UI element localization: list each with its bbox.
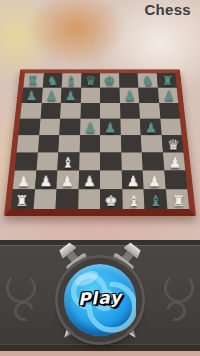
board-square[interactable]: [15, 152, 38, 170]
piece-bp[interactable]: ♟: [22, 90, 42, 103]
piece-bb[interactable]: ♝: [145, 194, 167, 209]
board-square[interactable]: [100, 152, 121, 170]
piece-wk[interactable]: ♚: [100, 194, 122, 209]
piece-br[interactable]: ♜: [158, 75, 177, 88]
board-square[interactable]: ♝: [144, 189, 167, 209]
piece-wr[interactable]: ♜: [11, 194, 33, 209]
board-square[interactable]: [100, 103, 120, 119]
piece-wr[interactable]: ♜: [167, 194, 189, 209]
board-square[interactable]: [55, 189, 78, 209]
piece-bq[interactable]: ♛: [81, 75, 100, 88]
piece-wp[interactable]: ♟: [78, 175, 100, 190]
board-square[interactable]: [119, 73, 139, 88]
board-square[interactable]: [120, 103, 140, 119]
piece-bp[interactable]: ♟: [80, 122, 100, 136]
board-square[interactable]: ♟: [119, 88, 139, 103]
piece-bn[interactable]: ♞: [42, 75, 61, 88]
chess-board-scene: ♜♞♝♛♚♞♜♟♟♟♟♟♟♟♟♛♝♟♟♟♟♟♟♟♜♚♝♝♜: [4, 18, 196, 214]
board-square[interactable]: ♜: [165, 189, 189, 209]
board-square[interactable]: [121, 152, 143, 170]
board-square[interactable]: ♟: [56, 170, 78, 189]
board-square[interactable]: [139, 103, 160, 119]
app-screen: Chess ♜♞♝♛♚♞♜♟♟♟♟♟♟♟♟♛♝♟♟♟♟♟♟♟♜♚♝♝♜: [0, 0, 200, 356]
board-square[interactable]: ♛: [81, 73, 100, 88]
board-square[interactable]: ♝: [62, 73, 82, 88]
board-square[interactable]: [59, 119, 80, 135]
board-square[interactable]: ♜: [23, 73, 43, 88]
piece-bb[interactable]: ♝: [62, 75, 81, 88]
board-square[interactable]: ♟: [41, 88, 61, 103]
piece-wp[interactable]: ♟: [122, 175, 144, 190]
board-square[interactable]: [17, 135, 39, 152]
board-square[interactable]: [39, 119, 60, 135]
board-square[interactable]: ♜: [11, 189, 35, 209]
board-square[interactable]: [40, 103, 61, 119]
piece-wp[interactable]: ♟: [144, 175, 166, 190]
app-title: Chess: [144, 1, 191, 18]
board-square[interactable]: [58, 135, 79, 152]
board-square[interactable]: [138, 88, 158, 103]
board-square[interactable]: ♟: [35, 170, 58, 189]
piece-br[interactable]: ♜: [23, 75, 42, 88]
board-square[interactable]: [36, 152, 58, 170]
piece-bp[interactable]: ♟: [100, 122, 120, 136]
board-square[interactable]: [159, 103, 180, 119]
board-square[interactable]: [120, 135, 141, 152]
board-square[interactable]: ♜: [156, 73, 176, 88]
board-square[interactable]: [164, 170, 187, 189]
board-square[interactable]: [37, 135, 59, 152]
board-square[interactable]: [60, 103, 80, 119]
piece-bp[interactable]: ♟: [61, 90, 81, 103]
board-square[interactable]: [20, 103, 41, 119]
board-square[interactable]: [120, 119, 141, 135]
piece-bp[interactable]: ♟: [120, 90, 140, 103]
piece-bk[interactable]: ♚: [100, 75, 119, 88]
board-square[interactable]: [100, 170, 122, 189]
board-square[interactable]: [79, 152, 100, 170]
board-square[interactable]: [79, 135, 100, 152]
board-square[interactable]: ♚: [100, 73, 119, 88]
board-square[interactable]: [80, 103, 100, 119]
board-square[interactable]: ♚: [100, 189, 122, 209]
piece-wq[interactable]: ♛: [163, 139, 184, 153]
piece-bn[interactable]: ♞: [138, 75, 157, 88]
board-square[interactable]: ♟: [163, 152, 186, 170]
board-square[interactable]: [100, 135, 121, 152]
board-square[interactable]: [160, 119, 182, 135]
piece-bp[interactable]: ♟: [41, 90, 61, 103]
board-square[interactable]: [78, 189, 100, 209]
piece-wp[interactable]: ♟: [35, 175, 57, 190]
board-square[interactable]: ♝: [57, 152, 79, 170]
piece-bp[interactable]: ♟: [159, 90, 179, 103]
board-square[interactable]: [142, 152, 164, 170]
board-square[interactable]: [18, 119, 40, 135]
board-square[interactable]: ♟: [13, 170, 36, 189]
board-square[interactable]: [33, 189, 56, 209]
board-square[interactable]: ♟: [143, 170, 166, 189]
board-square[interactable]: [100, 88, 120, 103]
piece-wp[interactable]: ♟: [164, 156, 185, 170]
piece-wb[interactable]: ♝: [122, 194, 144, 209]
board-square[interactable]: ♟: [158, 88, 179, 103]
board-square[interactable]: ♟: [22, 88, 43, 103]
board-square[interactable]: ♟: [61, 88, 81, 103]
board-square[interactable]: ♟: [140, 119, 161, 135]
board-square[interactable]: ♟: [80, 119, 100, 135]
board-square[interactable]: ♞: [138, 73, 158, 88]
piece-wb[interactable]: ♝: [57, 156, 78, 170]
board-square[interactable]: ♟: [78, 170, 100, 189]
board-square[interactable]: ♛: [161, 135, 183, 152]
play-button[interactable]: Play: [58, 258, 142, 342]
play-label: Play: [64, 286, 137, 310]
board-grid[interactable]: ♜♞♝♛♚♞♜♟♟♟♟♟♟♟♟♛♝♟♟♟♟♟♟♟♜♚♝♝♜: [11, 73, 190, 209]
board-square[interactable]: ♟: [100, 119, 120, 135]
board-frame: ♜♞♝♛♚♞♜♟♟♟♟♟♟♟♟♛♝♟♟♟♟♟♟♟♜♚♝♝♜: [4, 69, 196, 216]
board-square[interactable]: ♝: [122, 189, 145, 209]
board-square[interactable]: [80, 88, 100, 103]
piece-wp[interactable]: ♟: [13, 175, 35, 190]
board-square[interactable]: ♞: [42, 73, 62, 88]
board-square[interactable]: [141, 135, 163, 152]
piece-bp[interactable]: ♟: [141, 122, 161, 136]
board-square[interactable]: ♟: [121, 170, 143, 189]
piece-wp[interactable]: ♟: [56, 175, 78, 190]
